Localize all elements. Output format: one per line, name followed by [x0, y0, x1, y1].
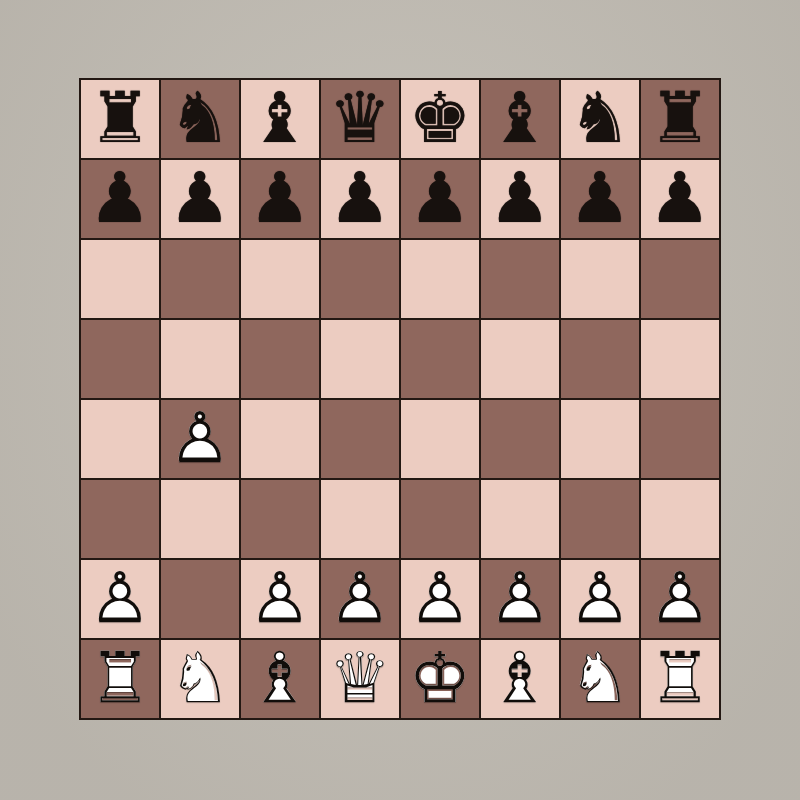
black-bishop-icon: ♝	[481, 80, 559, 158]
square-d3[interactable]	[321, 480, 399, 558]
black-pawn-icon: ♟	[481, 160, 559, 238]
black-pawn-icon: ♟	[641, 160, 719, 238]
square-g5[interactable]	[561, 320, 639, 398]
black-rook-icon: ♜	[81, 80, 159, 158]
black-bishop-piece: ♝	[241, 80, 319, 158]
square-h5[interactable]	[641, 320, 719, 398]
square-b6[interactable]	[161, 240, 239, 318]
square-b7[interactable]: ♟	[161, 160, 239, 238]
square-c3[interactable]	[241, 480, 319, 558]
square-g6[interactable]	[561, 240, 639, 318]
black-bishop-piece: ♝	[481, 80, 559, 158]
square-c5[interactable]	[241, 320, 319, 398]
square-h3[interactable]	[641, 480, 719, 558]
black-pawn-piece: ♟	[401, 160, 479, 238]
white-pawn-piece: ♟♙	[481, 560, 559, 638]
black-pawn-piece: ♟	[81, 160, 159, 238]
white-pawn-piece: ♟♙	[241, 560, 319, 638]
square-h2[interactable]: ♟♙	[641, 560, 719, 638]
square-e5[interactable]	[401, 320, 479, 398]
black-rook-icon: ♜	[641, 80, 719, 158]
square-c4[interactable]	[241, 400, 319, 478]
square-b5[interactable]	[161, 320, 239, 398]
black-bishop-icon: ♝	[241, 80, 319, 158]
black-pawn-icon: ♟	[401, 160, 479, 238]
square-d8[interactable]: ♛	[321, 80, 399, 158]
white-pawn-piece: ♟♙	[401, 560, 479, 638]
square-g3[interactable]	[561, 480, 639, 558]
white-king-outline-icon: ♔	[401, 640, 479, 718]
page-background: { "game": "chess", "position": { "fen": …	[0, 0, 800, 800]
chess-board: ♜♞♝♛♚♝♞♜♟♟♟♟♟♟♟♟♟♙♟♙♟♙♟♙♟♙♟♙♟♙♟♙♜♖♞♘♝♗♛♕…	[79, 78, 721, 720]
white-knight-piece: ♞♘	[561, 640, 639, 718]
black-queen-piece: ♛	[321, 80, 399, 158]
square-a2[interactable]: ♟♙	[81, 560, 159, 638]
square-h1[interactable]: ♜♖	[641, 640, 719, 718]
square-d6[interactable]	[321, 240, 399, 318]
white-bishop-piece: ♝♗	[241, 640, 319, 718]
square-h8[interactable]: ♜	[641, 80, 719, 158]
black-pawn-icon: ♟	[81, 160, 159, 238]
white-pawn-outline-icon: ♙	[241, 560, 319, 638]
white-pawn-piece: ♟♙	[641, 560, 719, 638]
black-king-icon: ♚	[401, 80, 479, 158]
black-pawn-piece: ♟	[561, 160, 639, 238]
square-a3[interactable]	[81, 480, 159, 558]
square-f2[interactable]: ♟♙	[481, 560, 559, 638]
black-pawn-icon: ♟	[561, 160, 639, 238]
square-f4[interactable]	[481, 400, 559, 478]
black-pawn-icon: ♟	[241, 160, 319, 238]
square-a7[interactable]: ♟	[81, 160, 159, 238]
square-d1[interactable]: ♛♕	[321, 640, 399, 718]
white-rook-outline-icon: ♖	[81, 640, 159, 718]
square-a8[interactable]: ♜	[81, 80, 159, 158]
square-e6[interactable]	[401, 240, 479, 318]
square-f7[interactable]: ♟	[481, 160, 559, 238]
white-king-piece: ♚♔	[401, 640, 479, 718]
square-c6[interactable]	[241, 240, 319, 318]
white-pawn-outline-icon: ♙	[321, 560, 399, 638]
square-g4[interactable]	[561, 400, 639, 478]
white-bishop-outline-icon: ♗	[241, 640, 319, 718]
square-f3[interactable]	[481, 480, 559, 558]
white-rook-outline-icon: ♖	[641, 640, 719, 718]
black-pawn-piece: ♟	[321, 160, 399, 238]
square-a6[interactable]	[81, 240, 159, 318]
white-knight-outline-icon: ♘	[161, 640, 239, 718]
square-e4[interactable]	[401, 400, 479, 478]
white-bishop-outline-icon: ♗	[481, 640, 559, 718]
square-c1[interactable]: ♝♗	[241, 640, 319, 718]
square-b3[interactable]	[161, 480, 239, 558]
black-king-piece: ♚	[401, 80, 479, 158]
white-queen-outline-icon: ♕	[321, 640, 399, 718]
square-d7[interactable]: ♟	[321, 160, 399, 238]
square-e1[interactable]: ♚♔	[401, 640, 479, 718]
square-d5[interactable]	[321, 320, 399, 398]
square-g7[interactable]: ♟	[561, 160, 639, 238]
square-g2[interactable]: ♟♙	[561, 560, 639, 638]
black-pawn-icon: ♟	[161, 160, 239, 238]
black-pawn-piece: ♟	[481, 160, 559, 238]
black-pawn-piece: ♟	[161, 160, 239, 238]
square-a1[interactable]: ♜♖	[81, 640, 159, 718]
square-d2[interactable]: ♟♙	[321, 560, 399, 638]
square-h4[interactable]	[641, 400, 719, 478]
square-f6[interactable]	[481, 240, 559, 318]
square-f8[interactable]: ♝	[481, 80, 559, 158]
black-pawn-icon: ♟	[321, 160, 399, 238]
white-rook-piece: ♜♖	[641, 640, 719, 718]
square-c2[interactable]: ♟♙	[241, 560, 319, 638]
white-pawn-piece: ♟♙	[321, 560, 399, 638]
black-pawn-piece: ♟	[241, 160, 319, 238]
white-rook-piece: ♜♖	[81, 640, 159, 718]
white-queen-piece: ♛♕	[321, 640, 399, 718]
square-e8[interactable]: ♚	[401, 80, 479, 158]
black-pawn-piece: ♟	[641, 160, 719, 238]
white-pawn-outline-icon: ♙	[641, 560, 719, 638]
black-knight-piece: ♞	[561, 80, 639, 158]
black-knight-icon: ♞	[161, 80, 239, 158]
black-queen-icon: ♛	[321, 80, 399, 158]
square-f5[interactable]	[481, 320, 559, 398]
white-pawn-outline-icon: ♙	[481, 560, 559, 638]
square-h7[interactable]: ♟	[641, 160, 719, 238]
white-knight-outline-icon: ♘	[561, 640, 639, 718]
black-rook-piece: ♜	[641, 80, 719, 158]
square-h6[interactable]	[641, 240, 719, 318]
square-a4[interactable]	[81, 400, 159, 478]
white-bishop-piece: ♝♗	[481, 640, 559, 718]
white-pawn-piece: ♟♙	[81, 560, 159, 638]
square-a5[interactable]	[81, 320, 159, 398]
square-d4[interactable]	[321, 400, 399, 478]
white-pawn-outline-icon: ♙	[81, 560, 159, 638]
white-pawn-piece: ♟♙	[161, 400, 239, 478]
black-rook-piece: ♜	[81, 80, 159, 158]
square-e7[interactable]: ♟	[401, 160, 479, 238]
square-b2[interactable]	[161, 560, 239, 638]
white-knight-piece: ♞♘	[161, 640, 239, 718]
black-knight-icon: ♞	[561, 80, 639, 158]
square-e3[interactable]	[401, 480, 479, 558]
square-b8[interactable]: ♞	[161, 80, 239, 158]
square-c7[interactable]: ♟	[241, 160, 319, 238]
black-knight-piece: ♞	[161, 80, 239, 158]
white-pawn-outline-icon: ♙	[161, 400, 239, 478]
white-pawn-outline-icon: ♙	[561, 560, 639, 638]
square-f1[interactable]: ♝♗	[481, 640, 559, 718]
white-pawn-outline-icon: ♙	[401, 560, 479, 638]
square-b4[interactable]: ♟♙	[161, 400, 239, 478]
square-g8[interactable]: ♞	[561, 80, 639, 158]
square-e2[interactable]: ♟♙	[401, 560, 479, 638]
square-g1[interactable]: ♞♘	[561, 640, 639, 718]
square-c8[interactable]: ♝	[241, 80, 319, 158]
white-pawn-piece: ♟♙	[561, 560, 639, 638]
square-b1[interactable]: ♞♘	[161, 640, 239, 718]
